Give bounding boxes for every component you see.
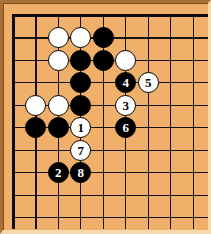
move-number: 6	[123, 121, 130, 134]
stone-white	[48, 27, 69, 48]
stone-white	[25, 95, 46, 116]
stones-layer: 45316728	[2, 4, 205, 229]
move-number: 2	[55, 166, 62, 179]
stone-white	[70, 27, 91, 48]
stone-black	[70, 72, 91, 93]
go-board: 45316728	[3, 3, 208, 230]
stone-white	[48, 95, 69, 116]
move-number: 1	[78, 121, 85, 134]
stone-white-move-7: 7	[70, 140, 91, 161]
stone-black	[70, 50, 91, 71]
stone-white	[115, 50, 136, 71]
go-board-diagram: 45316728	[0, 0, 211, 234]
move-number: 5	[145, 76, 152, 89]
move-number: 3	[123, 99, 130, 112]
stone-black-move-4: 4	[115, 72, 136, 93]
stone-black	[25, 117, 46, 138]
stone-black-move-8: 8	[70, 162, 91, 183]
stone-white-move-5: 5	[138, 72, 159, 93]
stone-white-move-3: 3	[115, 95, 136, 116]
stone-black	[93, 27, 114, 48]
stone-white	[48, 50, 69, 71]
stone-black-move-6: 6	[115, 117, 136, 138]
stone-black-move-2: 2	[48, 162, 69, 183]
stone-white-move-1: 1	[70, 117, 91, 138]
stone-black	[48, 117, 69, 138]
move-number: 4	[123, 76, 130, 89]
stone-black	[70, 95, 91, 116]
move-number: 8	[78, 166, 85, 179]
move-number: 7	[78, 144, 85, 157]
stone-black	[93, 50, 114, 71]
